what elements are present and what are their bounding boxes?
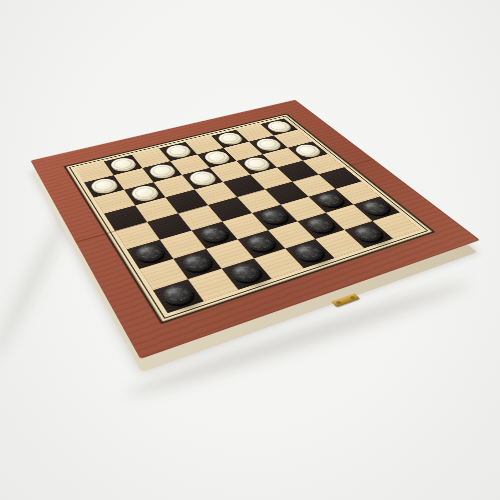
brass-clasp-icon [331,293,360,307]
white-piece[interactable]: ⛀ [291,143,322,158]
photo-background: ⛀⛀⛀⛀⛀⛀⛀⛀⛀⛀⛀⛀⛂⛂⛂⛂⛂⛂⛂⛂⛂⛂⛂⛂ [0,0,500,500]
